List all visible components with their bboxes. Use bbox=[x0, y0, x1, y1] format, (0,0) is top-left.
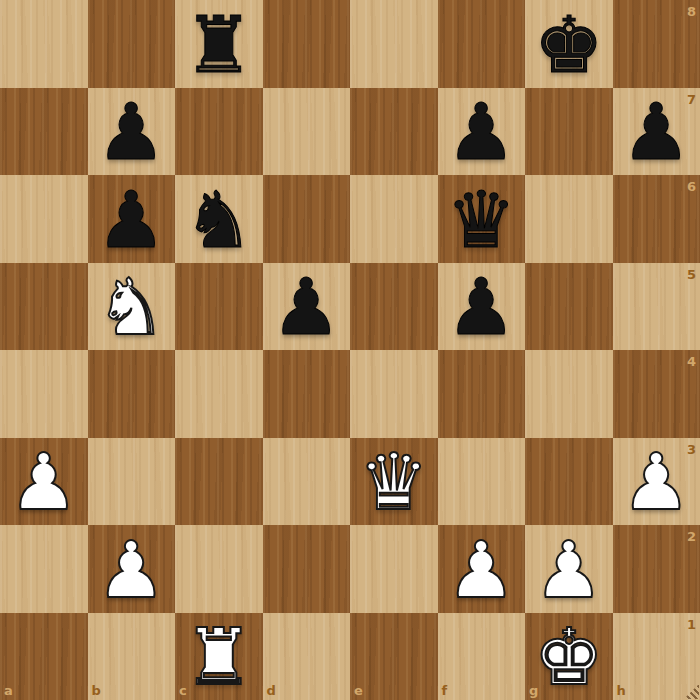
square-h3[interactable]: ♟3 bbox=[613, 438, 700, 526]
piece-white-pawn-b2[interactable]: ♟ bbox=[96, 531, 166, 609]
square-f6[interactable]: ♛ bbox=[438, 175, 526, 263]
square-b1[interactable]: b bbox=[88, 613, 176, 700]
piece-white-knight-b5[interactable]: ♞ bbox=[96, 268, 166, 346]
coord-file-f: f bbox=[442, 684, 448, 697]
square-b2[interactable]: ♟ bbox=[88, 525, 176, 613]
square-h4[interactable]: 4 bbox=[613, 350, 700, 438]
square-g4[interactable] bbox=[525, 350, 613, 438]
coord-rank-8: 8 bbox=[687, 5, 696, 18]
square-d1[interactable]: d bbox=[263, 613, 351, 700]
piece-white-king-g1[interactable]: ♚ bbox=[534, 618, 604, 696]
square-b4[interactable] bbox=[88, 350, 176, 438]
square-e5[interactable] bbox=[350, 263, 438, 351]
square-e8[interactable] bbox=[350, 0, 438, 88]
square-g2[interactable]: ♟ bbox=[525, 525, 613, 613]
piece-black-king-g8[interactable]: ♚ bbox=[534, 6, 604, 84]
piece-black-pawn-h7[interactable]: ♟ bbox=[621, 93, 691, 171]
square-c4[interactable] bbox=[175, 350, 263, 438]
square-a2[interactable] bbox=[0, 525, 88, 613]
square-b6[interactable]: ♟ bbox=[88, 175, 176, 263]
coord-rank-4: 4 bbox=[687, 355, 696, 368]
square-c2[interactable] bbox=[175, 525, 263, 613]
square-f5[interactable]: ♟ bbox=[438, 263, 526, 351]
square-a6[interactable] bbox=[0, 175, 88, 263]
square-d2[interactable] bbox=[263, 525, 351, 613]
piece-white-pawn-f2[interactable]: ♟ bbox=[446, 531, 516, 609]
square-g3[interactable] bbox=[525, 438, 613, 526]
square-d8[interactable] bbox=[263, 0, 351, 88]
piece-white-rook-c1[interactable]: ♜ bbox=[184, 618, 254, 696]
square-g7[interactable] bbox=[525, 88, 613, 176]
coord-rank-1: 1 bbox=[687, 618, 696, 631]
square-a8[interactable] bbox=[0, 0, 88, 88]
square-a3[interactable]: ♟ bbox=[0, 438, 88, 526]
square-f7[interactable]: ♟ bbox=[438, 88, 526, 176]
square-e3[interactable]: ♛ bbox=[350, 438, 438, 526]
coord-rank-5: 5 bbox=[687, 268, 696, 281]
square-e7[interactable] bbox=[350, 88, 438, 176]
square-e1[interactable]: e bbox=[350, 613, 438, 700]
square-d7[interactable] bbox=[263, 88, 351, 176]
piece-black-pawn-b7[interactable]: ♟ bbox=[96, 93, 166, 171]
square-a5[interactable] bbox=[0, 263, 88, 351]
square-b3[interactable] bbox=[88, 438, 176, 526]
square-c7[interactable] bbox=[175, 88, 263, 176]
coord-rank-2: 2 bbox=[687, 530, 696, 543]
square-a4[interactable] bbox=[0, 350, 88, 438]
square-h2[interactable]: 2 bbox=[613, 525, 700, 613]
coord-file-a: a bbox=[4, 684, 13, 697]
square-b8[interactable] bbox=[88, 0, 176, 88]
square-d6[interactable] bbox=[263, 175, 351, 263]
square-a1[interactable]: a bbox=[0, 613, 88, 700]
coord-file-b: b bbox=[92, 684, 101, 697]
piece-black-rook-c8[interactable]: ♜ bbox=[184, 6, 254, 84]
piece-black-pawn-d5[interactable]: ♟ bbox=[271, 268, 341, 346]
square-g5[interactable] bbox=[525, 263, 613, 351]
piece-black-pawn-f7[interactable]: ♟ bbox=[446, 93, 516, 171]
square-e4[interactable] bbox=[350, 350, 438, 438]
square-g8[interactable]: ♚ bbox=[525, 0, 613, 88]
square-c3[interactable] bbox=[175, 438, 263, 526]
piece-white-pawn-h3[interactable]: ♟ bbox=[621, 443, 691, 521]
coord-file-h: h bbox=[617, 684, 626, 697]
square-c8[interactable]: ♜ bbox=[175, 0, 263, 88]
piece-black-pawn-b6[interactable]: ♟ bbox=[96, 181, 166, 259]
piece-white-pawn-g2[interactable]: ♟ bbox=[534, 531, 604, 609]
piece-black-pawn-f5[interactable]: ♟ bbox=[446, 268, 516, 346]
square-h8[interactable]: 8 bbox=[613, 0, 700, 88]
square-d3[interactable] bbox=[263, 438, 351, 526]
square-c1[interactable]: ♜c bbox=[175, 613, 263, 700]
square-f1[interactable]: f bbox=[438, 613, 526, 700]
square-b7[interactable]: ♟ bbox=[88, 88, 176, 176]
coord-file-e: e bbox=[354, 684, 363, 697]
square-b5[interactable]: ♞ bbox=[88, 263, 176, 351]
piece-white-queen-e3[interactable]: ♛ bbox=[359, 443, 429, 521]
square-d5[interactable]: ♟ bbox=[263, 263, 351, 351]
square-e2[interactable] bbox=[350, 525, 438, 613]
square-f4[interactable] bbox=[438, 350, 526, 438]
square-c6[interactable]: ♞ bbox=[175, 175, 263, 263]
square-a7[interactable] bbox=[0, 88, 88, 176]
square-g6[interactable] bbox=[525, 175, 613, 263]
square-h5[interactable]: 5 bbox=[613, 263, 700, 351]
coord-file-d: d bbox=[267, 684, 276, 697]
square-f2[interactable]: ♟ bbox=[438, 525, 526, 613]
square-h7[interactable]: ♟7 bbox=[613, 88, 700, 176]
square-h1[interactable]: 1h bbox=[613, 613, 700, 700]
piece-black-knight-c6[interactable]: ♞ bbox=[184, 181, 254, 259]
coord-rank-6: 6 bbox=[687, 180, 696, 193]
piece-black-queen-f6[interactable]: ♛ bbox=[446, 181, 516, 259]
square-c5[interactable] bbox=[175, 263, 263, 351]
piece-white-pawn-a3[interactable]: ♟ bbox=[9, 443, 79, 521]
square-g1[interactable]: ♚g bbox=[525, 613, 613, 700]
chess-board: ♜♚8♟♟♟7♟♞♛6♞♟♟54♟♛♟3♟♟♟2ab♜cdef♚g1h bbox=[0, 0, 700, 700]
square-e6[interactable] bbox=[350, 175, 438, 263]
square-f8[interactable] bbox=[438, 0, 526, 88]
square-f3[interactable] bbox=[438, 438, 526, 526]
square-d4[interactable] bbox=[263, 350, 351, 438]
square-h6[interactable]: 6 bbox=[613, 175, 700, 263]
